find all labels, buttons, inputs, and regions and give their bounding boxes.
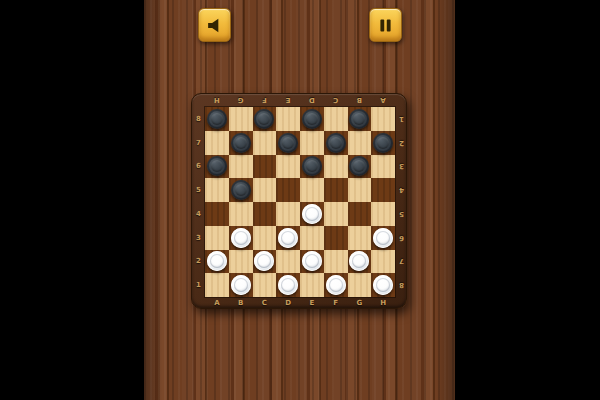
square-f8[interactable] xyxy=(324,107,348,131)
dark-piece-b7[interactable] xyxy=(231,133,251,153)
file-label: F xyxy=(324,297,348,308)
file-label: E xyxy=(276,95,300,106)
file-label: B xyxy=(348,95,372,106)
square-e4[interactable] xyxy=(300,202,324,226)
white-piece-h1[interactable] xyxy=(373,275,393,295)
rank-label: 7 xyxy=(193,131,204,155)
pause-icon xyxy=(377,17,394,34)
file-label: A xyxy=(205,297,229,308)
square-g4[interactable] xyxy=(348,202,372,226)
square-a8[interactable] xyxy=(205,107,229,131)
square-g8[interactable] xyxy=(348,107,372,131)
square-e2[interactable] xyxy=(300,250,324,274)
rank-label: 8 xyxy=(193,107,204,131)
dark-piece-f7[interactable] xyxy=(326,133,346,153)
square-b5[interactable] xyxy=(229,178,253,202)
square-h2[interactable] xyxy=(371,250,395,274)
square-g1[interactable] xyxy=(348,273,372,297)
square-c8[interactable] xyxy=(253,107,277,131)
rank-label: 4 xyxy=(396,178,407,202)
square-c6[interactable] xyxy=(253,155,277,179)
board-frame: ABCDEFGH ABCDEFGH 87654321 87654321 xyxy=(191,93,407,309)
white-piece-f1[interactable] xyxy=(326,275,346,295)
square-c4[interactable] xyxy=(253,202,277,226)
file-label: H xyxy=(371,297,395,308)
square-c2[interactable] xyxy=(253,250,277,274)
dark-piece-a8[interactable] xyxy=(207,109,227,129)
square-g2[interactable] xyxy=(348,250,372,274)
dark-piece-a6[interactable] xyxy=(207,156,227,176)
file-label: B xyxy=(229,297,253,308)
rank-label: 1 xyxy=(193,273,204,297)
square-f5[interactable] xyxy=(324,178,348,202)
rank-label: 5 xyxy=(396,202,407,226)
rank-label: 7 xyxy=(396,250,407,274)
square-g5[interactable] xyxy=(348,178,372,202)
file-label: F xyxy=(253,95,277,106)
white-piece-d1[interactable] xyxy=(278,275,298,295)
white-piece-a2[interactable] xyxy=(207,251,227,271)
square-a4[interactable] xyxy=(205,202,229,226)
dark-piece-e8[interactable] xyxy=(302,109,322,129)
rank-label: 8 xyxy=(396,273,407,297)
file-label: D xyxy=(300,95,324,106)
file-label: G xyxy=(229,95,253,106)
square-d1[interactable] xyxy=(276,273,300,297)
white-piece-h3[interactable] xyxy=(373,228,393,248)
square-e5[interactable] xyxy=(300,178,324,202)
speaker-icon xyxy=(206,17,223,34)
square-a7[interactable] xyxy=(205,131,229,155)
white-piece-e4[interactable] xyxy=(302,204,322,224)
square-f6[interactable] xyxy=(324,155,348,179)
file-label: H xyxy=(205,95,229,106)
square-a1[interactable] xyxy=(205,273,229,297)
square-b2[interactable] xyxy=(229,250,253,274)
file-labels-top: ABCDEFGH xyxy=(205,95,395,106)
square-c7[interactable] xyxy=(253,131,277,155)
rank-label: 2 xyxy=(193,250,204,274)
file-label: D xyxy=(276,297,300,308)
rank-labels-right: 87654321 xyxy=(396,107,407,297)
dark-piece-e6[interactable] xyxy=(302,156,322,176)
square-h5[interactable] xyxy=(371,178,395,202)
white-piece-c2[interactable] xyxy=(254,251,274,271)
dark-piece-c8[interactable] xyxy=(254,109,274,129)
file-label: C xyxy=(324,95,348,106)
square-f1[interactable] xyxy=(324,273,348,297)
square-d4[interactable] xyxy=(276,202,300,226)
dark-piece-g6[interactable] xyxy=(349,156,369,176)
square-a5[interactable] xyxy=(205,178,229,202)
rank-label: 3 xyxy=(193,226,204,250)
square-h8[interactable] xyxy=(371,107,395,131)
checkers-board xyxy=(205,107,395,297)
white-piece-b1[interactable] xyxy=(231,275,251,295)
file-label: E xyxy=(300,297,324,308)
dark-piece-b5[interactable] xyxy=(231,180,251,200)
square-d2[interactable] xyxy=(276,250,300,274)
square-g3[interactable] xyxy=(348,226,372,250)
rank-label: 2 xyxy=(396,131,407,155)
square-b8[interactable] xyxy=(229,107,253,131)
square-f3[interactable] xyxy=(324,226,348,250)
square-f7[interactable] xyxy=(324,131,348,155)
square-c1[interactable] xyxy=(253,273,277,297)
square-e1[interactable] xyxy=(300,273,324,297)
rank-label: 3 xyxy=(396,155,407,179)
rank-label: 4 xyxy=(193,202,204,226)
square-e6[interactable] xyxy=(300,155,324,179)
square-a3[interactable] xyxy=(205,226,229,250)
square-h4[interactable] xyxy=(371,202,395,226)
square-d3[interactable] xyxy=(276,226,300,250)
square-g6[interactable] xyxy=(348,155,372,179)
square-b1[interactable] xyxy=(229,273,253,297)
rank-label: 5 xyxy=(193,178,204,202)
square-b6[interactable] xyxy=(229,155,253,179)
square-d6[interactable] xyxy=(276,155,300,179)
square-h3[interactable] xyxy=(371,226,395,250)
rank-label: 6 xyxy=(396,226,407,250)
square-d5[interactable] xyxy=(276,178,300,202)
square-h7[interactable] xyxy=(371,131,395,155)
rank-label: 1 xyxy=(396,107,407,131)
square-h1[interactable] xyxy=(371,273,395,297)
file-label: C xyxy=(253,297,277,308)
file-label: A xyxy=(371,95,395,106)
white-piece-d3[interactable] xyxy=(278,228,298,248)
sound-button[interactable] xyxy=(198,8,231,42)
white-piece-g2[interactable] xyxy=(349,251,369,271)
square-f2[interactable] xyxy=(324,250,348,274)
square-c3[interactable] xyxy=(253,226,277,250)
dark-piece-d7[interactable] xyxy=(278,133,298,153)
square-b7[interactable] xyxy=(229,131,253,155)
rank-label: 6 xyxy=(193,155,204,179)
pause-button[interactable] xyxy=(369,8,402,42)
game-screen: ABCDEFGH ABCDEFGH 87654321 87654321 xyxy=(0,0,600,400)
white-piece-b3[interactable] xyxy=(231,228,251,248)
square-e3[interactable] xyxy=(300,226,324,250)
square-f4[interactable] xyxy=(324,202,348,226)
square-d8[interactable] xyxy=(276,107,300,131)
square-c5[interactable] xyxy=(253,178,277,202)
square-e7[interactable] xyxy=(300,131,324,155)
file-label: G xyxy=(348,297,372,308)
square-h6[interactable] xyxy=(371,155,395,179)
dark-piece-h7[interactable] xyxy=(373,133,393,153)
square-g7[interactable] xyxy=(348,131,372,155)
square-a2[interactable] xyxy=(205,250,229,274)
rank-labels-left: 87654321 xyxy=(193,107,204,297)
file-labels-bottom: ABCDEFGH xyxy=(205,297,395,308)
dark-piece-g8[interactable] xyxy=(349,109,369,129)
square-e8[interactable] xyxy=(300,107,324,131)
square-d7[interactable] xyxy=(276,131,300,155)
white-piece-e2[interactable] xyxy=(302,251,322,271)
square-b3[interactable] xyxy=(229,226,253,250)
square-b4[interactable] xyxy=(229,202,253,226)
square-a6[interactable] xyxy=(205,155,229,179)
